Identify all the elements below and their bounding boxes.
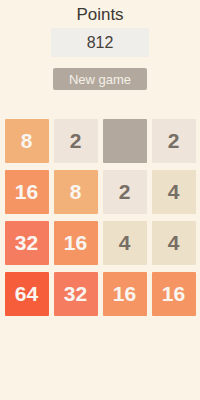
tile-cell: 2 (54, 119, 98, 163)
tile-cell: 2 (103, 170, 147, 214)
score-value: 812 (87, 34, 114, 52)
tile-cell: 16 (152, 272, 196, 316)
score-box: 812 (51, 28, 149, 57)
app-2048: Points 812 New game 8 2 2 16 8 2 4 32 16… (0, 0, 200, 400)
tile-cell: 64 (5, 272, 49, 316)
points-title: Points (0, 5, 200, 25)
tile-cell: 32 (5, 221, 49, 265)
tile-cell: 32 (54, 272, 98, 316)
tile-cell: 4 (103, 221, 147, 265)
tile-cell: 4 (152, 221, 196, 265)
game-board[interactable]: 8 2 2 16 8 2 4 32 16 4 4 64 32 16 16 (5, 119, 196, 316)
tile-cell (103, 119, 147, 163)
tile-cell: 16 (5, 170, 49, 214)
tile-cell: 8 (54, 170, 98, 214)
tile-cell: 16 (103, 272, 147, 316)
tile-cell: 4 (152, 170, 196, 214)
tile-cell: 16 (54, 221, 98, 265)
tile-cell: 8 (5, 119, 49, 163)
new-game-button[interactable]: New game (53, 68, 147, 90)
tile-cell: 2 (152, 119, 196, 163)
